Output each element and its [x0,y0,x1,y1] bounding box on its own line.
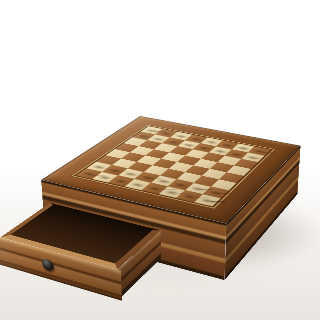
square-a3 [234,159,258,169]
drawer-knob [42,258,54,272]
product-photo: ♜♞♝♚♛♝♞♜♟♟♟♟♟♟♟♟♟♟♟♟♟♟♟♟♜♞♝♚♛♝♞♜ [0,0,320,320]
chess-box: ♜♞♝♚♛♝♞♜♟♟♟♟♟♟♟♟♟♟♟♟♟♟♟♟♜♞♝♚♛♝♞♜ [41,116,301,224]
